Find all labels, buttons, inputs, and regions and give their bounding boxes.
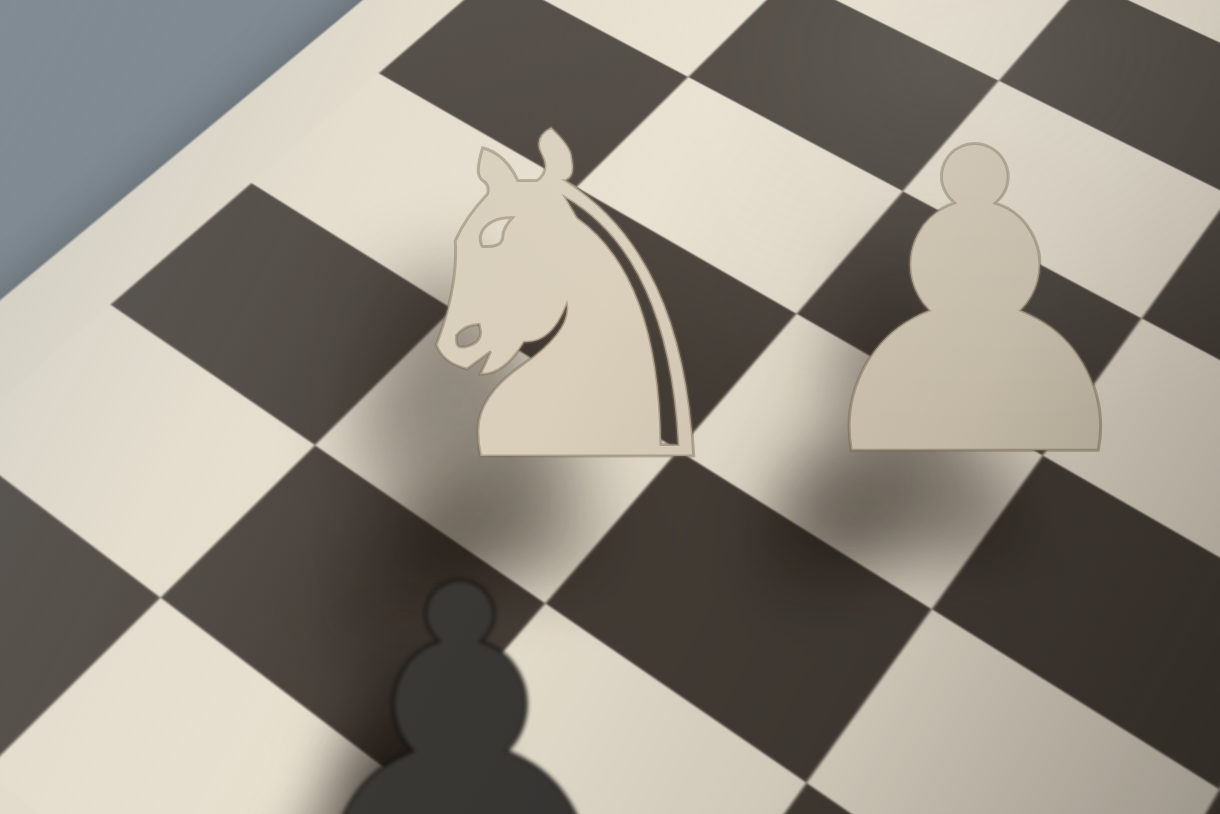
black-pawn[interactable]: ♟ [267, 530, 653, 814]
white-knight[interactable]: ♞ [363, 75, 766, 525]
white-pawn[interactable]: ♟ [787, 95, 1164, 515]
chessboard-photo: ♞♟♟ [0, 0, 1220, 814]
